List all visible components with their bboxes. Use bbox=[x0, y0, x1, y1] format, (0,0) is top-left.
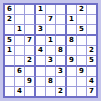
cell-r7c5[interactable] bbox=[46, 67, 56, 77]
cell-r1c6[interactable] bbox=[56, 5, 67, 15]
cell-r4c5[interactable]: 1 bbox=[46, 36, 56, 46]
cell-r3c5[interactable] bbox=[46, 25, 56, 36]
cell-r7c1[interactable] bbox=[5, 67, 15, 77]
cell-r6c9[interactable]: 5 bbox=[87, 56, 96, 67]
cell-r6c7[interactable]: 9 bbox=[67, 56, 77, 67]
cell-r6c3[interactable]: 2 bbox=[25, 56, 36, 67]
cell-r8c3[interactable]: 9 bbox=[25, 77, 36, 87]
cell-r8c5[interactable]: 8 bbox=[46, 77, 56, 87]
cell-r4c2[interactable] bbox=[15, 36, 25, 46]
cell-r6c2[interactable] bbox=[15, 56, 25, 67]
cell-r9c6[interactable]: 2 bbox=[56, 87, 67, 96]
cell-r9c4[interactable] bbox=[36, 87, 46, 96]
cell-r7c3[interactable] bbox=[25, 67, 36, 77]
sudoku-board: 612271135571814822395639984427 bbox=[3, 3, 98, 98]
cell-r8c2[interactable] bbox=[15, 77, 25, 87]
cell-r4c7[interactable]: 8 bbox=[67, 36, 77, 46]
cell-r3c3[interactable] bbox=[25, 25, 36, 36]
cell-r5c4[interactable]: 4 bbox=[36, 46, 46, 56]
cell-r9c8[interactable] bbox=[77, 87, 87, 96]
cell-r1c5[interactable] bbox=[46, 5, 56, 15]
cell-r7c9[interactable] bbox=[87, 67, 96, 77]
cell-r6c4[interactable] bbox=[36, 56, 46, 67]
cell-r5c8[interactable] bbox=[77, 46, 87, 56]
cell-r2c5[interactable]: 7 bbox=[46, 15, 56, 25]
cell-r5c7[interactable] bbox=[67, 46, 77, 56]
cell-r8c6[interactable] bbox=[56, 77, 67, 87]
sudoku-app: 612271135571814822395639984427 bbox=[0, 0, 101, 101]
cell-r4c9[interactable] bbox=[87, 36, 96, 46]
cell-r8c4[interactable] bbox=[36, 77, 46, 87]
cell-r1c2[interactable] bbox=[15, 5, 25, 15]
cell-r2c7[interactable]: 1 bbox=[67, 15, 77, 25]
cell-r1c8[interactable]: 2 bbox=[77, 5, 87, 15]
cell-r7c2[interactable]: 6 bbox=[15, 67, 25, 77]
cell-r3c9[interactable] bbox=[87, 25, 96, 36]
cell-r2c3[interactable] bbox=[25, 15, 36, 25]
cell-r1c3[interactable] bbox=[25, 5, 36, 15]
cell-r2c8[interactable] bbox=[77, 15, 87, 25]
cell-r5c1[interactable]: 1 bbox=[5, 46, 15, 56]
cell-r5c3[interactable] bbox=[25, 46, 36, 56]
cell-r6c5[interactable]: 3 bbox=[46, 56, 56, 67]
cell-r2c1[interactable]: 2 bbox=[5, 15, 15, 25]
cell-r1c4[interactable]: 1 bbox=[36, 5, 46, 15]
cell-r7c8[interactable]: 9 bbox=[77, 67, 87, 77]
cell-r2c2[interactable] bbox=[15, 15, 25, 25]
cell-r3c6[interactable] bbox=[56, 25, 67, 36]
cell-r4c4[interactable] bbox=[36, 36, 46, 46]
cell-r7c4[interactable] bbox=[36, 67, 46, 77]
cell-r5c6[interactable]: 8 bbox=[56, 46, 67, 56]
cell-r4c8[interactable] bbox=[77, 36, 87, 46]
cell-r8c7[interactable] bbox=[67, 77, 77, 87]
cell-r6c1[interactable] bbox=[5, 56, 15, 67]
cell-r2c4[interactable] bbox=[36, 15, 46, 25]
cell-r5c2[interactable] bbox=[15, 46, 25, 56]
cell-r6c8[interactable] bbox=[77, 56, 87, 67]
cell-r4c3[interactable]: 7 bbox=[25, 36, 36, 46]
cell-r5c5[interactable] bbox=[46, 46, 56, 56]
cell-r2c6[interactable] bbox=[56, 15, 67, 25]
cell-r9c5[interactable] bbox=[46, 87, 56, 96]
cell-r2c9[interactable] bbox=[87, 15, 96, 25]
cell-r8c9[interactable]: 4 bbox=[87, 77, 96, 87]
cell-r1c7[interactable] bbox=[67, 5, 77, 15]
cell-r9c2[interactable]: 4 bbox=[15, 87, 25, 96]
cell-r8c8[interactable] bbox=[77, 77, 87, 87]
cell-r8c1[interactable] bbox=[5, 77, 15, 87]
cell-r1c1[interactable]: 6 bbox=[5, 5, 15, 15]
cell-r3c1[interactable] bbox=[5, 25, 15, 36]
cell-r4c6[interactable] bbox=[56, 36, 67, 46]
cell-r5c9[interactable]: 2 bbox=[87, 46, 96, 56]
cell-r3c4[interactable]: 3 bbox=[36, 25, 46, 36]
cell-r6c6[interactable] bbox=[56, 56, 67, 67]
cell-r9c3[interactable] bbox=[25, 87, 36, 96]
cell-r9c7[interactable] bbox=[67, 87, 77, 96]
cell-r1c9[interactable] bbox=[87, 5, 96, 15]
cell-r9c9[interactable]: 7 bbox=[87, 87, 96, 96]
cell-r3c2[interactable]: 1 bbox=[15, 25, 25, 36]
cell-r4c1[interactable]: 5 bbox=[5, 36, 15, 46]
cell-r7c7[interactable] bbox=[67, 67, 77, 77]
cell-r7c6[interactable]: 3 bbox=[56, 67, 67, 77]
cell-r3c8[interactable]: 5 bbox=[77, 25, 87, 36]
cell-r9c1[interactable] bbox=[5, 87, 15, 96]
cell-r3c7[interactable] bbox=[67, 25, 77, 36]
